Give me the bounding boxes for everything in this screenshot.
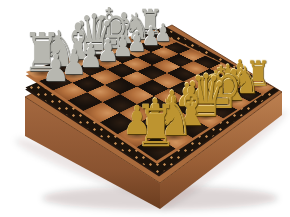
piece-brass-rook-a1[interactable]: ♜	[135, 98, 177, 156]
piece-silver-pawn-a7[interactable]: ♟	[42, 49, 69, 87]
chess-set-photo: ♜♞♝♛♚♝♞♜♟♟♟♟♟♟♟♟♟♟♟♟♟♟♟♟♜♞♝♛♚♝♞♜	[0, 0, 290, 217]
